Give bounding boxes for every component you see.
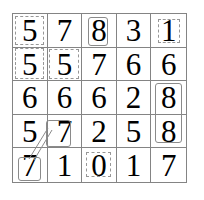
link-line — [29, 128, 48, 159]
link-line — [34, 130, 52, 160]
puzzle-canvas: 5783155766666285725871017 — [0, 0, 204, 200]
link-layer — [0, 0, 204, 200]
